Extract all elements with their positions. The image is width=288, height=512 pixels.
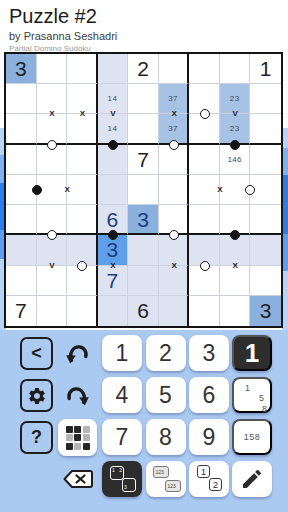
x-domino-marker: X [217, 186, 222, 194]
cell-r8c5[interactable] [128, 266, 159, 296]
digit-4-button[interactable]: 4 [102, 377, 142, 413]
grid-layout-icon [66, 426, 90, 450]
black-dot-marker [230, 140, 240, 150]
cell-r1c1[interactable]: 3 [6, 54, 37, 84]
backspace-icon [61, 467, 95, 491]
cell-r4c3[interactable] [67, 145, 98, 175]
x-domino-marker: X [80, 110, 85, 118]
cell-r1c4[interactable] [98, 54, 129, 84]
given-digit: 1 [260, 58, 272, 79]
back-icon: < [31, 343, 42, 364]
center-marks-sample: 158 [244, 432, 261, 442]
cell-r2c9[interactable] [250, 84, 281, 114]
white-dot-marker [169, 140, 179, 150]
white-dot-marker [47, 230, 57, 240]
v-domino-marker: V [110, 110, 115, 118]
cell-r5c3[interactable] [67, 175, 98, 205]
cell-r7c5[interactable] [128, 235, 159, 265]
cell-r9c2[interactable] [37, 296, 68, 326]
cell-r3c3[interactable] [67, 114, 98, 144]
cell-r1c2[interactable] [37, 54, 68, 84]
white-dot-marker [200, 109, 210, 119]
entered-digit: 3 [137, 209, 149, 230]
cell-r9c8[interactable] [220, 296, 251, 326]
entered-digit: 7 [107, 270, 119, 291]
redo-button[interactable] [58, 377, 97, 413]
redo-icon [64, 382, 91, 409]
cell-r3c1[interactable] [6, 114, 37, 144]
cell-r6c5[interactable]: 3 [128, 205, 159, 235]
cell-r8c4[interactable]: 7 [98, 266, 129, 296]
digit-5-button[interactable]: 5 [146, 377, 186, 413]
cell-r8c2[interactable] [37, 266, 68, 296]
pair-marks-tool-button[interactable]: 1 2 [189, 461, 229, 497]
cell-r1c8[interactable] [220, 54, 251, 84]
center-pencil-marks: 37 [168, 94, 178, 103]
selected-digit-button[interactable]: 1 [232, 335, 272, 371]
puzzle-title: Puzzle #2 [9, 4, 117, 28]
digit-9-button[interactable]: 9 [189, 419, 229, 455]
settings-button[interactable] [20, 379, 53, 412]
backspace-button[interactable] [58, 461, 97, 497]
digit-1-button[interactable]: 1 [102, 335, 142, 371]
white-dot-marker [169, 230, 179, 240]
center-pencil-marks: 23 [230, 124, 240, 133]
black-dot-marker [32, 185, 42, 195]
digit-7-button[interactable]: 7 [102, 419, 142, 455]
selected-digit-label: 1 [245, 338, 259, 369]
cell-r2c1[interactable] [6, 84, 37, 114]
cell-r9c1[interactable]: 7 [6, 296, 37, 326]
cell-r6c7[interactable] [189, 205, 220, 235]
center-pencil-marks: 14 [108, 124, 118, 133]
given-digit: 6 [137, 300, 149, 321]
cell-r4c5[interactable]: 7 [128, 145, 159, 175]
x-domino-marker: X [232, 262, 237, 270]
cell-r9c3[interactable] [67, 296, 98, 326]
given-digit: 3 [260, 300, 272, 321]
digit-2-button[interactable]: 2 [146, 335, 186, 371]
puzzle-author: by Prasanna Seshadri [9, 30, 117, 42]
cell-r6c9[interactable] [250, 205, 281, 235]
pen-tool-button[interactable] [232, 461, 272, 497]
center-pencil-marks: 23 [230, 94, 240, 103]
corner-marks-sample: 1 5 8 [240, 380, 264, 410]
center-pencil-marks: 146 [227, 155, 242, 164]
cell-r8c6[interactable] [159, 266, 190, 296]
x-domino-marker: X [171, 262, 176, 270]
cell-r1c9[interactable]: 1 [250, 54, 281, 84]
sudoku-board[interactable]: 32114372314372371466337763XXVXVVXXXXX [4, 52, 283, 328]
cell-r9c5[interactable]: 6 [128, 296, 159, 326]
given-digit: 7 [15, 300, 27, 321]
cell-r8c9[interactable] [250, 266, 281, 296]
white-dot-marker [47, 140, 57, 150]
gear-icon [27, 386, 47, 406]
cell-r3c9[interactable] [250, 114, 281, 144]
v-domino-marker: V [49, 262, 54, 270]
back-button[interactable]: < [20, 337, 53, 370]
cell-r2c5[interactable] [128, 84, 159, 114]
cell-r4c1[interactable] [6, 145, 37, 175]
cell-r9c6[interactable] [159, 296, 190, 326]
cell-r7c1[interactable] [6, 235, 37, 265]
center-pencil-marks: 37 [168, 124, 178, 133]
white-dot-marker [245, 185, 255, 195]
control-panel: < ? [0, 330, 288, 512]
help-icon: ? [31, 427, 42, 448]
given-digit: 2 [137, 58, 149, 79]
entered-digit: 3 [107, 239, 119, 260]
cell-r5c4[interactable] [98, 175, 129, 205]
black-dot-marker [108, 140, 118, 150]
corner-marks-sample-button[interactable]: 1 5 8 [232, 377, 272, 413]
corner-marks-tool-button[interactable]: 1 2 3 [102, 461, 142, 497]
cell-r4c7[interactable] [189, 145, 220, 175]
puzzle-header: Puzzle #2 by Prasanna Seshadri Partial D… [9, 4, 117, 53]
black-dot-marker [230, 230, 240, 240]
center-pencil-marks: 14 [108, 94, 118, 103]
given-digit: 3 [15, 58, 27, 79]
pencil-icon [238, 462, 266, 496]
cell-r8c1[interactable] [6, 266, 37, 296]
sudoku-app-screen: Puzzle #2 by Prasanna Seshadri Partial D… [0, 0, 288, 512]
cell-r4c9[interactable] [250, 145, 281, 175]
cell-r6c3[interactable] [67, 205, 98, 235]
white-dot-marker [200, 261, 210, 271]
x-domino-marker: X [171, 110, 176, 118]
cell-r6c1[interactable] [6, 205, 37, 235]
digit-6-button[interactable]: 6 [189, 377, 229, 413]
x-domino-marker: X [49, 110, 54, 118]
cell-r3c5[interactable] [128, 114, 159, 144]
cell-r1c6[interactable] [159, 54, 190, 84]
x-domino-marker: X [64, 186, 69, 194]
cell-r9c9[interactable]: 3 [250, 296, 281, 326]
cell-r8c8[interactable] [220, 266, 251, 296]
v-domino-marker: V [232, 110, 237, 118]
cell-r1c3[interactable] [67, 54, 98, 84]
cell-r1c5[interactable]: 2 [128, 54, 159, 84]
digit-3-button[interactable]: 3 [189, 335, 229, 371]
puzzle-variant-label: Partial Domino Sudoku [9, 44, 117, 53]
help-button[interactable]: ? [20, 421, 53, 454]
undo-button[interactable] [58, 335, 97, 371]
cell-r5c6[interactable] [159, 175, 190, 205]
white-dot-marker [77, 261, 87, 271]
cell-r5c5[interactable] [128, 175, 159, 205]
given-digit: 7 [137, 149, 149, 170]
cell-r7c9[interactable] [250, 235, 281, 265]
entered-digit: 6 [107, 209, 119, 230]
undo-icon [64, 340, 91, 367]
black-dot-marker [108, 230, 118, 240]
grid-layout-button[interactable] [58, 419, 97, 456]
cell-r9c4[interactable] [98, 296, 129, 326]
center-marks-sample-button[interactable]: 158 [232, 419, 272, 455]
digit-8-button[interactable]: 8 [146, 419, 186, 455]
center-marks-tool-button[interactable]: 123 123 [146, 461, 186, 497]
cell-r5c7[interactable] [189, 175, 220, 205]
x-domino-marker: X [110, 262, 115, 270]
cell-r1c7[interactable] [189, 54, 220, 84]
cell-r9c7[interactable] [189, 296, 220, 326]
